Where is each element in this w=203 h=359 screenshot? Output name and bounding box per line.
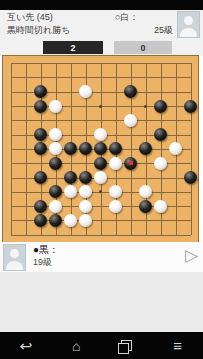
board-cell[interactable] xyxy=(78,85,93,99)
board-cell[interactable] xyxy=(138,85,153,99)
board-cell[interactable] xyxy=(63,170,78,184)
board-cell[interactable] xyxy=(3,156,18,170)
board-cell[interactable] xyxy=(153,156,168,170)
board-cell[interactable] xyxy=(123,142,138,156)
board-cell[interactable] xyxy=(108,127,123,141)
board-cell[interactable] xyxy=(33,142,48,156)
board-cell[interactable] xyxy=(183,142,198,156)
board-cell[interactable] xyxy=(138,127,153,141)
white-stone xyxy=(139,185,152,198)
black-stone xyxy=(154,128,167,141)
board-cell[interactable] xyxy=(153,85,168,99)
board-cell[interactable] xyxy=(123,127,138,141)
white-stone xyxy=(64,214,77,227)
board-cell[interactable] xyxy=(33,156,48,170)
board-cell[interactable] xyxy=(18,228,33,242)
board-cell[interactable] xyxy=(78,156,93,170)
board-cell[interactable] xyxy=(168,199,183,213)
board-cell[interactable] xyxy=(63,156,78,170)
board-cell[interactable] xyxy=(123,113,138,127)
board-cell[interactable] xyxy=(3,85,18,99)
match-type-label: 互い先 (45) xyxy=(7,12,53,23)
board-cell[interactable] xyxy=(168,127,183,141)
black-player-label: ●黒： xyxy=(33,244,59,256)
black-stone xyxy=(94,142,107,155)
white-score-badge: 0 xyxy=(114,41,172,54)
board-cell[interactable] xyxy=(33,85,48,99)
menu-icon[interactable]: ≡ xyxy=(152,339,203,353)
board-cell[interactable] xyxy=(78,228,93,242)
board-cell[interactable] xyxy=(78,56,93,70)
white-stone xyxy=(154,157,167,170)
board-cell[interactable] xyxy=(78,99,93,113)
board-cell[interactable] xyxy=(123,156,138,170)
board-cell[interactable] xyxy=(168,213,183,227)
black-stone xyxy=(34,171,47,184)
board-cell[interactable] xyxy=(18,185,33,199)
black-player-rank: 19級 xyxy=(33,257,52,268)
board-cell[interactable] xyxy=(48,85,63,99)
board-cell[interactable] xyxy=(93,213,108,227)
home-icon[interactable]: ⌂ xyxy=(51,339,102,353)
board-cell[interactable] xyxy=(3,185,18,199)
board-cell[interactable] xyxy=(18,85,33,99)
board-cell[interactable] xyxy=(108,142,123,156)
board-cell[interactable] xyxy=(123,170,138,184)
board-cell[interactable] xyxy=(183,113,198,127)
board-cell[interactable] xyxy=(183,99,198,113)
black-player-avatar[interactable] xyxy=(3,244,26,271)
board-cell[interactable] xyxy=(93,85,108,99)
black-stone xyxy=(64,171,77,184)
black-stone xyxy=(34,128,47,141)
board-cell[interactable] xyxy=(183,185,198,199)
board-cell[interactable] xyxy=(48,170,63,184)
board-cell[interactable] xyxy=(153,99,168,113)
board-cell[interactable] xyxy=(63,85,78,99)
board-cell[interactable] xyxy=(108,170,123,184)
board-cell[interactable] xyxy=(183,170,198,184)
game-header: 互い先 (45) 黒時間切れ勝ち ○白： 25級 2 0 xyxy=(0,10,203,56)
board-cell[interactable] xyxy=(123,199,138,213)
board-cell[interactable] xyxy=(78,142,93,156)
board-cell[interactable] xyxy=(18,99,33,113)
black-stone xyxy=(79,142,92,155)
board-cell[interactable] xyxy=(48,228,63,242)
board-cell[interactable] xyxy=(138,70,153,84)
board-cell[interactable] xyxy=(123,70,138,84)
board-cell[interactable] xyxy=(3,70,18,84)
last-move-marker xyxy=(129,161,133,165)
black-score-badge: 2 xyxy=(43,41,103,54)
board-cell[interactable] xyxy=(93,228,108,242)
back-icon[interactable]: ↩ xyxy=(0,339,51,353)
board-cell[interactable] xyxy=(63,127,78,141)
board-cell[interactable] xyxy=(153,70,168,84)
board-area xyxy=(0,56,203,242)
board-cell[interactable] xyxy=(153,185,168,199)
board-cell[interactable] xyxy=(108,85,123,99)
black-stone xyxy=(139,200,152,213)
board-cell[interactable] xyxy=(108,228,123,242)
board-cell[interactable] xyxy=(78,213,93,227)
board-cell[interactable] xyxy=(33,127,48,141)
board-cell[interactable] xyxy=(18,142,33,156)
board-cell[interactable] xyxy=(153,170,168,184)
board-cell[interactable] xyxy=(153,142,168,156)
black-stone xyxy=(154,100,167,113)
board-cell[interactable] xyxy=(78,127,93,141)
black-stone xyxy=(49,157,62,170)
white-stone xyxy=(49,200,62,213)
board-cell[interactable] xyxy=(18,56,33,70)
empty-region xyxy=(0,272,203,332)
board-cell[interactable] xyxy=(3,170,18,184)
white-stone xyxy=(79,85,92,98)
board-cell[interactable] xyxy=(138,199,153,213)
board-cell[interactable] xyxy=(168,113,183,127)
board-cell[interactable] xyxy=(183,213,198,227)
board-cell[interactable] xyxy=(183,127,198,141)
board-cell[interactable] xyxy=(63,142,78,156)
white-stone xyxy=(109,200,122,213)
board-cell[interactable] xyxy=(93,113,108,127)
bottom-player-bar: ●黒： 19級 ▷ xyxy=(0,242,203,272)
board-cell[interactable] xyxy=(123,56,138,70)
board-cell[interactable] xyxy=(183,228,198,242)
board-cell[interactable] xyxy=(48,113,63,127)
board-cell[interactable] xyxy=(3,199,18,213)
board-cell[interactable] xyxy=(63,185,78,199)
board-cell[interactable] xyxy=(138,185,153,199)
board-cell[interactable] xyxy=(138,113,153,127)
board-cell[interactable] xyxy=(183,156,198,170)
board-cell[interactable] xyxy=(183,199,198,213)
board-cell[interactable] xyxy=(93,170,108,184)
board-cell[interactable] xyxy=(153,113,168,127)
board-cell[interactable] xyxy=(168,142,183,156)
black-stone xyxy=(34,100,47,113)
black-stone xyxy=(94,157,107,170)
board-cell[interactable] xyxy=(63,228,78,242)
board-cell[interactable] xyxy=(63,113,78,127)
board-cell[interactable] xyxy=(123,185,138,199)
black-stone xyxy=(184,171,197,184)
black-stone xyxy=(109,142,122,155)
board-cell[interactable] xyxy=(63,199,78,213)
board-cell[interactable] xyxy=(48,185,63,199)
board-cell[interactable] xyxy=(48,99,63,113)
board-cell[interactable] xyxy=(3,142,18,156)
board-cell[interactable] xyxy=(93,142,108,156)
board-cell[interactable] xyxy=(18,199,33,213)
board-cell[interactable] xyxy=(108,185,123,199)
board-cell[interactable] xyxy=(108,99,123,113)
board-cell[interactable] xyxy=(33,185,48,199)
board-cell[interactable] xyxy=(123,99,138,113)
board-cell[interactable] xyxy=(183,70,198,84)
board-cell[interactable] xyxy=(93,127,108,141)
go-board[interactable] xyxy=(2,55,199,243)
white-player-avatar[interactable] xyxy=(177,11,200,38)
star-point xyxy=(99,105,102,108)
board-cell[interactable] xyxy=(18,127,33,141)
board-cell[interactable] xyxy=(33,228,48,242)
black-stone xyxy=(34,142,47,155)
white-stone xyxy=(79,185,92,198)
board-cell[interactable] xyxy=(168,85,183,99)
board-cell[interactable] xyxy=(153,228,168,242)
board-cell[interactable] xyxy=(138,99,153,113)
board-cell[interactable] xyxy=(183,85,198,99)
board-cell[interactable] xyxy=(63,56,78,70)
black-stone xyxy=(124,157,137,170)
board-cell[interactable] xyxy=(78,185,93,199)
android-nav-bar: ↩ ⌂ ≡ xyxy=(0,332,203,359)
black-stone xyxy=(34,85,47,98)
star-point xyxy=(144,105,147,108)
black-stone xyxy=(49,214,62,227)
white-stone xyxy=(49,142,62,155)
board-cell[interactable] xyxy=(108,70,123,84)
white-stone xyxy=(109,157,122,170)
black-stone xyxy=(79,171,92,184)
board-cell[interactable] xyxy=(33,170,48,184)
board-cell[interactable] xyxy=(93,185,108,199)
board-cell[interactable] xyxy=(3,113,18,127)
black-stone xyxy=(139,142,152,155)
board-cell[interactable] xyxy=(3,228,18,242)
board-cell[interactable] xyxy=(33,213,48,227)
board-cell[interactable] xyxy=(78,199,93,213)
board-cell[interactable] xyxy=(48,142,63,156)
board-cell[interactable] xyxy=(48,70,63,84)
status-bar xyxy=(0,0,203,10)
board-cell[interactable] xyxy=(93,199,108,213)
board-cell[interactable] xyxy=(108,113,123,127)
board-cell[interactable] xyxy=(108,56,123,70)
board-cell[interactable] xyxy=(123,85,138,99)
board-cell[interactable] xyxy=(93,99,108,113)
board-cell[interactable] xyxy=(3,213,18,227)
white-stone xyxy=(124,114,137,127)
white-stone xyxy=(169,142,182,155)
board-cell[interactable] xyxy=(63,213,78,227)
board-cell[interactable] xyxy=(33,99,48,113)
app-screen: 互い先 (45) 黒時間切れ勝ち ○白： 25級 2 0 ●黒： 19級 ▷ ↩… xyxy=(0,0,203,359)
black-stone xyxy=(184,100,197,113)
board-cell[interactable] xyxy=(3,127,18,141)
board-cell[interactable] xyxy=(153,56,168,70)
black-stone xyxy=(64,142,77,155)
board-cell[interactable] xyxy=(168,156,183,170)
board-cell[interactable] xyxy=(78,170,93,184)
star-point xyxy=(99,190,102,193)
board-cell[interactable] xyxy=(138,142,153,156)
board-cell[interactable] xyxy=(33,70,48,84)
board-cell[interactable] xyxy=(138,56,153,70)
board-cell[interactable] xyxy=(123,228,138,242)
black-stone xyxy=(124,85,137,98)
board-cell[interactable] xyxy=(138,213,153,227)
board-cell[interactable] xyxy=(18,113,33,127)
board-cell[interactable] xyxy=(78,113,93,127)
board-cell[interactable] xyxy=(93,70,108,84)
board-cell[interactable] xyxy=(183,56,198,70)
recent-apps-icon[interactable] xyxy=(102,340,153,351)
board-cell[interactable] xyxy=(18,156,33,170)
board-cell[interactable] xyxy=(33,199,48,213)
board-cell[interactable] xyxy=(138,228,153,242)
board-cell[interactable] xyxy=(18,213,33,227)
board-cell[interactable] xyxy=(123,213,138,227)
white-stone xyxy=(109,185,122,198)
board-cell[interactable] xyxy=(48,156,63,170)
board-cell[interactable] xyxy=(168,99,183,113)
white-stone xyxy=(64,185,77,198)
board-cell[interactable] xyxy=(63,99,78,113)
white-stone xyxy=(79,200,92,213)
board-cell[interactable] xyxy=(48,127,63,141)
board-cell[interactable] xyxy=(18,70,33,84)
replay-play-button[interactable]: ▷ xyxy=(185,245,198,267)
board-cell[interactable] xyxy=(153,199,168,213)
board-cell[interactable] xyxy=(93,156,108,170)
board-cell[interactable] xyxy=(138,170,153,184)
white-stone xyxy=(94,171,107,184)
board-cell[interactable] xyxy=(168,185,183,199)
board-cell[interactable] xyxy=(153,213,168,227)
board-cell[interactable] xyxy=(48,199,63,213)
board-cell[interactable] xyxy=(168,70,183,84)
board-cell[interactable] xyxy=(138,156,153,170)
white-player-rank: 25級 xyxy=(154,25,173,36)
board-cell[interactable] xyxy=(3,56,18,70)
white-player-label: ○白： xyxy=(115,12,138,23)
board-cell[interactable] xyxy=(3,99,18,113)
board-cell[interactable] xyxy=(168,228,183,242)
white-stone xyxy=(94,128,107,141)
black-stone xyxy=(34,200,47,213)
board-cell[interactable] xyxy=(108,156,123,170)
board-cell[interactable] xyxy=(18,170,33,184)
board-cell[interactable] xyxy=(93,56,108,70)
white-stone xyxy=(154,200,167,213)
board-cell[interactable] xyxy=(153,127,168,141)
board-cell[interactable] xyxy=(63,70,78,84)
board-cell[interactable] xyxy=(168,170,183,184)
white-stone xyxy=(49,128,62,141)
black-stone xyxy=(49,185,62,198)
board-cell[interactable] xyxy=(108,199,123,213)
board-cell[interactable] xyxy=(168,56,183,70)
board-cell[interactable] xyxy=(33,113,48,127)
board-cell[interactable] xyxy=(108,213,123,227)
white-stone xyxy=(49,100,62,113)
board-cell[interactable] xyxy=(48,213,63,227)
board-cell[interactable] xyxy=(48,56,63,70)
board-cell[interactable] xyxy=(33,56,48,70)
white-stone xyxy=(79,214,92,227)
result-text: 黒時間切れ勝ち xyxy=(7,25,70,36)
board-cell[interactable] xyxy=(78,70,93,84)
black-stone xyxy=(34,214,47,227)
